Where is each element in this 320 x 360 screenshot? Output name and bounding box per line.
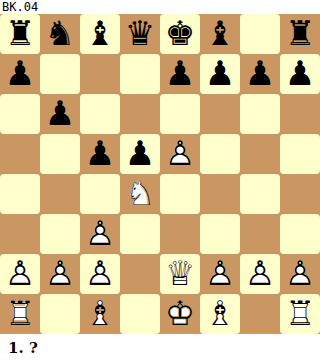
puzzle-title: BK.04: [0, 0, 320, 14]
white-pawn: ♙: [160, 134, 200, 174]
white-pawn: ♙: [80, 254, 120, 294]
square-d5[interactable]: ♟: [120, 134, 160, 174]
square-a7[interactable]: ♟: [0, 54, 40, 94]
square-a2[interactable]: ♟♙: [0, 254, 40, 294]
white-bishop: ♗: [200, 294, 240, 334]
square-e6[interactable]: [160, 94, 200, 134]
square-g3[interactable]: [240, 214, 280, 254]
square-e4[interactable]: [160, 174, 200, 214]
black-queen: ♛: [120, 14, 160, 54]
white-pawn: ♙: [0, 254, 40, 294]
square-d4[interactable]: ♞♘: [120, 174, 160, 214]
black-bishop: ♝: [200, 14, 240, 54]
square-d6[interactable]: [120, 94, 160, 134]
black-pawn: ♟: [200, 54, 240, 94]
square-b3[interactable]: [40, 214, 80, 254]
black-pawn: ♟: [120, 134, 160, 174]
square-b6[interactable]: ♟: [40, 94, 80, 134]
black-pawn: ♟: [240, 54, 280, 94]
white-pawn: ♙: [280, 254, 320, 294]
square-h6[interactable]: [280, 94, 320, 134]
square-a5[interactable]: [0, 134, 40, 174]
square-h1[interactable]: ♜♖: [280, 294, 320, 334]
square-h2[interactable]: ♟♙: [280, 254, 320, 294]
square-f7[interactable]: ♟: [200, 54, 240, 94]
square-f6[interactable]: [200, 94, 240, 134]
square-d1[interactable]: [120, 294, 160, 334]
square-e7[interactable]: ♟: [160, 54, 200, 94]
square-a3[interactable]: [0, 214, 40, 254]
black-pawn: ♟: [160, 54, 200, 94]
square-b2[interactable]: ♟♙: [40, 254, 80, 294]
black-king: ♚: [160, 14, 200, 54]
square-g2[interactable]: ♟♙: [240, 254, 280, 294]
black-pawn: ♟: [40, 94, 80, 134]
square-h4[interactable]: [280, 174, 320, 214]
black-bishop: ♝: [80, 14, 120, 54]
square-g6[interactable]: [240, 94, 280, 134]
square-f5[interactable]: [200, 134, 240, 174]
square-h3[interactable]: [280, 214, 320, 254]
square-h7[interactable]: ♟: [280, 54, 320, 94]
white-pawn: ♙: [200, 254, 240, 294]
square-a6[interactable]: [0, 94, 40, 134]
square-g7[interactable]: ♟: [240, 54, 280, 94]
square-b7[interactable]: [40, 54, 80, 94]
square-c3[interactable]: ♟♙: [80, 214, 120, 254]
chess-app-window: BK.04 ♜♞♝♛♚♝♜♟♟♟♟♟♟♟♟♟♙♞♘♟♙♟♙♟♙♟♙♛♕♟♙♟♙♟…: [0, 0, 320, 360]
square-e1[interactable]: ♚♔: [160, 294, 200, 334]
square-a4[interactable]: [0, 174, 40, 214]
black-pawn: ♟: [280, 54, 320, 94]
black-pawn: ♟: [0, 54, 40, 94]
square-c2[interactable]: ♟♙: [80, 254, 120, 294]
square-g8[interactable]: [240, 14, 280, 54]
square-f4[interactable]: [200, 174, 240, 214]
square-e2[interactable]: ♛♕: [160, 254, 200, 294]
square-d7[interactable]: [120, 54, 160, 94]
square-e3[interactable]: [160, 214, 200, 254]
black-rook: ♜: [0, 14, 40, 54]
square-b5[interactable]: [40, 134, 80, 174]
chess-board: ♜♞♝♛♚♝♜♟♟♟♟♟♟♟♟♟♙♞♘♟♙♟♙♟♙♟♙♛♕♟♙♟♙♟♙♜♖♝♗♚…: [0, 14, 320, 334]
square-c1[interactable]: ♝♗: [80, 294, 120, 334]
square-e8[interactable]: ♚: [160, 14, 200, 54]
square-a8[interactable]: ♜: [0, 14, 40, 54]
white-knight: ♘: [120, 174, 160, 214]
black-pawn: ♟: [80, 134, 120, 174]
white-pawn: ♙: [80, 214, 120, 254]
square-d2[interactable]: [120, 254, 160, 294]
black-knight: ♞: [40, 14, 80, 54]
square-g4[interactable]: [240, 174, 280, 214]
square-d3[interactable]: [120, 214, 160, 254]
white-bishop: ♗: [80, 294, 120, 334]
square-c5[interactable]: ♟: [80, 134, 120, 174]
square-d8[interactable]: ♛: [120, 14, 160, 54]
white-pawn: ♙: [40, 254, 80, 294]
square-c8[interactable]: ♝: [80, 14, 120, 54]
square-f3[interactable]: [200, 214, 240, 254]
white-rook: ♖: [280, 294, 320, 334]
white-king: ♔: [160, 294, 200, 334]
square-c7[interactable]: [80, 54, 120, 94]
white-rook: ♖: [0, 294, 40, 334]
square-f1[interactable]: ♝♗: [200, 294, 240, 334]
square-c6[interactable]: [80, 94, 120, 134]
square-c4[interactable]: [80, 174, 120, 214]
square-g1[interactable]: [240, 294, 280, 334]
square-f2[interactable]: ♟♙: [200, 254, 240, 294]
white-pawn: ♙: [240, 254, 280, 294]
black-rook: ♜: [280, 14, 320, 54]
move-prompt: 1. ?: [0, 334, 320, 360]
square-g5[interactable]: [240, 134, 280, 174]
square-f8[interactable]: ♝: [200, 14, 240, 54]
square-h5[interactable]: [280, 134, 320, 174]
square-e5[interactable]: ♟♙: [160, 134, 200, 174]
square-b8[interactable]: ♞: [40, 14, 80, 54]
square-a1[interactable]: ♜♖: [0, 294, 40, 334]
square-b4[interactable]: [40, 174, 80, 214]
white-queen: ♕: [160, 254, 200, 294]
square-h8[interactable]: ♜: [280, 14, 320, 54]
square-b1[interactable]: [40, 294, 80, 334]
